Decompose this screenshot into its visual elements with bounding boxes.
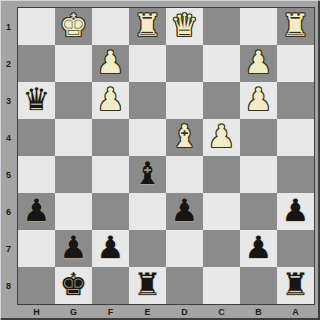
square-h7[interactable]	[18, 230, 55, 267]
file-label-g: G	[55, 305, 92, 319]
square-g6[interactable]	[55, 193, 92, 230]
file-label-e: E	[129, 305, 166, 319]
piece-black-bishop: ♝	[134, 156, 162, 192]
piece-white-rook: ♜	[282, 8, 310, 44]
square-c1[interactable]	[203, 8, 240, 45]
square-h5[interactable]	[18, 156, 55, 193]
square-h1[interactable]	[18, 8, 55, 45]
piece-white-pawn: ♟	[97, 45, 125, 81]
square-h6[interactable]: ♟	[18, 193, 55, 230]
square-f6[interactable]	[92, 193, 129, 230]
square-b7[interactable]: ♟	[240, 230, 277, 267]
square-c2[interactable]	[203, 45, 240, 82]
square-e7[interactable]	[129, 230, 166, 267]
square-b1[interactable]	[240, 8, 277, 45]
square-a5[interactable]	[277, 156, 314, 193]
piece-white-pawn: ♟	[245, 82, 273, 118]
rank-label-2: 2	[0, 45, 17, 82]
square-a4[interactable]	[277, 119, 314, 156]
square-a2[interactable]	[277, 45, 314, 82]
square-c5[interactable]	[203, 156, 240, 193]
file-label-d: D	[166, 305, 203, 319]
square-b3[interactable]: ♟	[240, 82, 277, 119]
square-d4[interactable]: ♝	[166, 119, 203, 156]
square-d5[interactable]	[166, 156, 203, 193]
square-c4[interactable]: ♟	[203, 119, 240, 156]
square-d2[interactable]	[166, 45, 203, 82]
square-c6[interactable]	[203, 193, 240, 230]
rank-label-6: 6	[0, 193, 17, 230]
square-b4[interactable]	[240, 119, 277, 156]
square-g7[interactable]: ♟	[55, 230, 92, 267]
square-a1[interactable]: ♜	[277, 8, 314, 45]
file-label-a: A	[277, 305, 314, 319]
square-a6[interactable]: ♟	[277, 193, 314, 230]
piece-black-rook: ♜	[134, 267, 162, 303]
piece-white-pawn: ♟	[97, 82, 125, 118]
board-frame: 12345678 ♚♜♛♜♟♟♛♟♟♝♟♝♟♟♟♟♟♟♚♜♜ HGFEDCBA	[0, 0, 320, 320]
square-d3[interactable]	[166, 82, 203, 119]
rank-label-7: 7	[0, 230, 17, 267]
square-d6[interactable]: ♟	[166, 193, 203, 230]
square-e6[interactable]	[129, 193, 166, 230]
square-d1[interactable]: ♛	[166, 8, 203, 45]
square-d7[interactable]	[166, 230, 203, 267]
piece-black-rook: ♜	[282, 267, 310, 303]
square-b6[interactable]	[240, 193, 277, 230]
square-e2[interactable]	[129, 45, 166, 82]
piece-white-king: ♚	[60, 8, 88, 44]
square-f1[interactable]	[92, 8, 129, 45]
piece-white-pawn: ♟	[208, 119, 236, 155]
square-f5[interactable]	[92, 156, 129, 193]
square-e3[interactable]	[129, 82, 166, 119]
piece-black-king: ♚	[60, 267, 88, 303]
piece-white-bishop: ♝	[171, 119, 199, 155]
square-g1[interactable]: ♚	[55, 8, 92, 45]
square-c3[interactable]	[203, 82, 240, 119]
square-b8[interactable]	[240, 267, 277, 304]
square-h4[interactable]	[18, 119, 55, 156]
rank-label-1: 1	[0, 8, 17, 45]
square-g3[interactable]	[55, 82, 92, 119]
piece-black-pawn: ♟	[60, 230, 88, 266]
square-f4[interactable]	[92, 119, 129, 156]
square-h8[interactable]	[18, 267, 55, 304]
piece-black-pawn: ♟	[97, 230, 125, 266]
square-b2[interactable]: ♟	[240, 45, 277, 82]
piece-white-rook: ♜	[134, 8, 162, 44]
square-e1[interactable]: ♜	[129, 8, 166, 45]
piece-black-pawn: ♟	[171, 193, 199, 229]
square-g4[interactable]	[55, 119, 92, 156]
square-a8[interactable]: ♜	[277, 267, 314, 304]
rank-label-4: 4	[0, 119, 17, 156]
square-h3[interactable]: ♛	[18, 82, 55, 119]
rank-label-8: 8	[0, 267, 17, 304]
file-label-b: B	[240, 305, 277, 319]
square-d8[interactable]	[166, 267, 203, 304]
square-a7[interactable]	[277, 230, 314, 267]
file-label-h: H	[18, 305, 55, 319]
piece-black-pawn: ♟	[23, 193, 51, 229]
rank-labels: 12345678	[0, 8, 17, 304]
piece-black-pawn: ♟	[245, 230, 273, 266]
rank-label-3: 3	[0, 82, 17, 119]
square-f3[interactable]: ♟	[92, 82, 129, 119]
rank-label-5: 5	[0, 156, 17, 193]
piece-black-queen: ♛	[23, 82, 51, 118]
square-f8[interactable]	[92, 267, 129, 304]
piece-white-pawn: ♟	[245, 45, 273, 81]
file-label-f: F	[92, 305, 129, 319]
square-e8[interactable]: ♜	[129, 267, 166, 304]
file-labels: HGFEDCBA	[18, 305, 314, 319]
square-a3[interactable]	[277, 82, 314, 119]
square-g8[interactable]: ♚	[55, 267, 92, 304]
square-c7[interactable]	[203, 230, 240, 267]
file-label-c: C	[203, 305, 240, 319]
square-e5[interactable]: ♝	[129, 156, 166, 193]
piece-black-pawn: ♟	[282, 193, 310, 229]
square-h2[interactable]	[18, 45, 55, 82]
square-f2[interactable]: ♟	[92, 45, 129, 82]
square-c8[interactable]	[203, 267, 240, 304]
square-f7[interactable]: ♟	[92, 230, 129, 267]
chess-board: ♚♜♛♜♟♟♛♟♟♝♟♝♟♟♟♟♟♟♚♜♜	[17, 7, 315, 305]
square-g2[interactable]	[55, 45, 92, 82]
square-b5[interactable]	[240, 156, 277, 193]
piece-white-queen: ♛	[171, 8, 199, 44]
square-g5[interactable]	[55, 156, 92, 193]
square-e4[interactable]	[129, 119, 166, 156]
